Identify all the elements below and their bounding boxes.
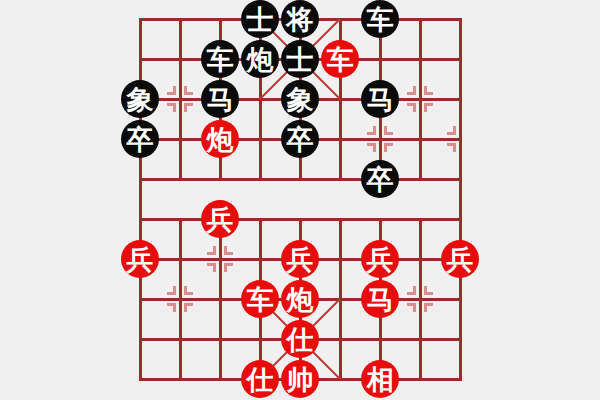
board-grid-line: [179, 218, 182, 381]
piece-red-chariot[interactable]: 车: [321, 40, 359, 78]
piece-red-soldier[interactable]: 兵: [201, 200, 239, 238]
star-point-mark: [184, 103, 193, 112]
piece-black-general[interactable]: 将: [281, 0, 319, 38]
star-point-mark: [184, 303, 193, 312]
star-point-mark: [407, 103, 416, 112]
piece-black-horse[interactable]: 马: [201, 80, 239, 118]
star-point-mark: [184, 286, 193, 295]
star-point-mark: [447, 126, 456, 135]
piece-red-soldier[interactable]: 兵: [441, 240, 479, 278]
star-point-mark: [384, 126, 393, 135]
piece-red-chariot[interactable]: 车: [241, 280, 279, 318]
star-point-mark: [224, 263, 233, 272]
piece-red-cannon[interactable]: 炮: [201, 120, 239, 158]
board-grid-line: [419, 18, 422, 181]
board-grid-line: [179, 18, 182, 181]
piece-black-chariot[interactable]: 车: [361, 0, 399, 38]
board-grid-line: [419, 218, 422, 381]
piece-red-cannon[interactable]: 炮: [281, 280, 319, 318]
piece-red-soldier[interactable]: 兵: [281, 240, 319, 278]
board-grid-line: [219, 218, 222, 381]
star-point-mark: [367, 126, 376, 135]
star-point-mark: [167, 286, 176, 295]
star-point-mark: [167, 86, 176, 95]
board-grid-line: [459, 18, 462, 381]
star-point-mark: [407, 286, 416, 295]
piece-black-soldier[interactable]: 卒: [121, 120, 159, 158]
star-point-mark: [424, 103, 433, 112]
star-point-mark: [407, 86, 416, 95]
piece-red-soldier[interactable]: 兵: [361, 240, 399, 278]
piece-black-horse[interactable]: 马: [361, 80, 399, 118]
piece-black-soldier[interactable]: 卒: [281, 120, 319, 158]
board-grid-line: [139, 18, 142, 381]
piece-black-advisor[interactable]: 士: [281, 40, 319, 78]
board-grid-line: [339, 218, 342, 381]
star-point-mark: [424, 286, 433, 295]
star-point-mark: [407, 303, 416, 312]
piece-black-cannon[interactable]: 炮: [241, 40, 279, 78]
piece-red-elephant[interactable]: 相: [361, 360, 399, 398]
star-point-mark: [424, 303, 433, 312]
star-point-mark: [384, 143, 393, 152]
piece-black-chariot[interactable]: 车: [201, 40, 239, 78]
xiangqi-board: 士将车车炮士车象马象马卒炮卒卒兵兵兵兵兵车炮马仕仕帅相: [0, 0, 600, 400]
piece-red-general[interactable]: 帅: [281, 360, 319, 398]
piece-black-elephant[interactable]: 象: [281, 80, 319, 118]
piece-red-horse[interactable]: 马: [361, 280, 399, 318]
piece-black-advisor[interactable]: 士: [241, 0, 279, 38]
star-point-mark: [207, 246, 216, 255]
star-point-mark: [207, 263, 216, 272]
star-point-mark: [367, 143, 376, 152]
star-point-mark: [184, 86, 193, 95]
star-point-mark: [424, 86, 433, 95]
piece-red-advisor[interactable]: 仕: [241, 360, 279, 398]
piece-black-elephant[interactable]: 象: [121, 80, 159, 118]
star-point-mark: [224, 246, 233, 255]
piece-red-soldier[interactable]: 兵: [121, 240, 159, 278]
piece-red-advisor[interactable]: 仕: [281, 320, 319, 358]
piece-black-soldier[interactable]: 卒: [361, 160, 399, 198]
star-point-mark: [167, 103, 176, 112]
star-point-mark: [447, 143, 456, 152]
star-point-mark: [167, 303, 176, 312]
